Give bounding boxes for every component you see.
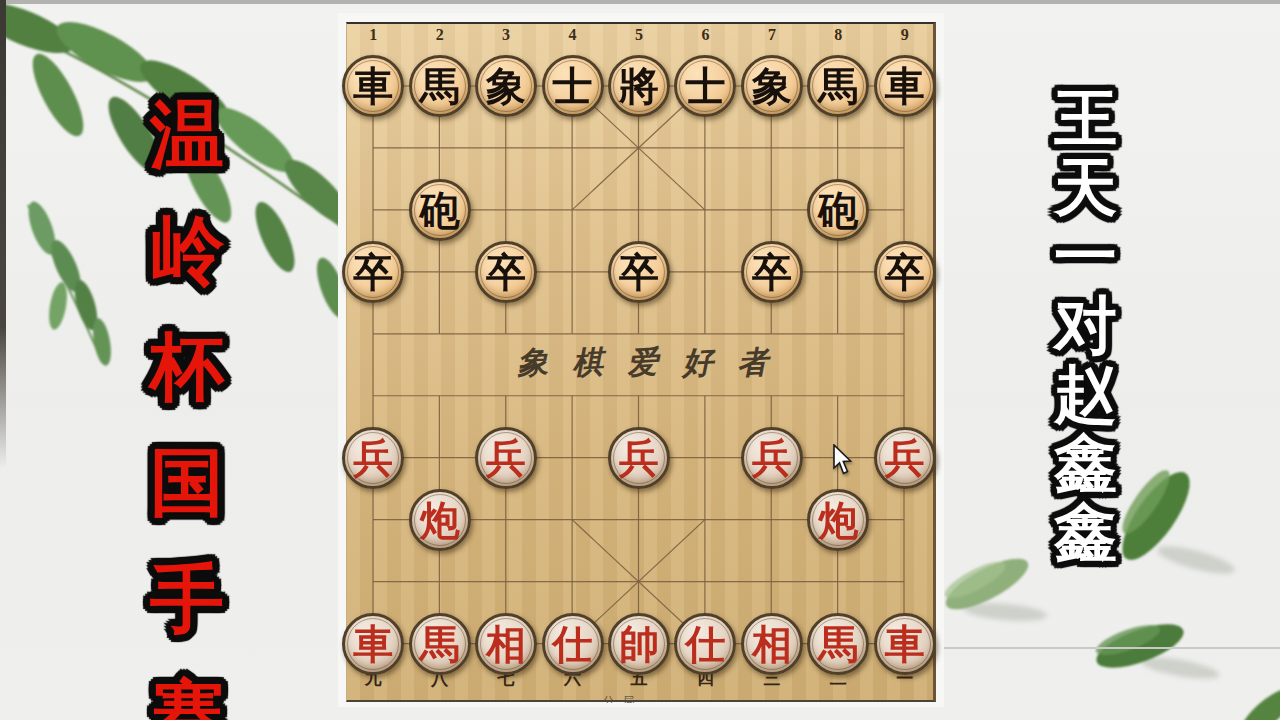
piece-black-卒-f7r4[interactable]: 卒 xyxy=(741,241,803,303)
title-char: 鑫 xyxy=(1054,430,1117,496)
title-char: 手 xyxy=(150,550,224,650)
title-char: 王 xyxy=(1054,85,1117,151)
title-char: 温 xyxy=(150,86,224,186)
piece-black-卒-f3r4[interactable]: 卒 xyxy=(475,241,537,303)
piece-red-帥-f5r10[interactable]: 帥 xyxy=(608,613,670,675)
title-char: 岭 xyxy=(150,202,224,302)
background-table-line xyxy=(938,647,1280,649)
piece-grid[interactable]: 車馬象士將士象馬車砲砲卒卒卒卒卒兵兵兵兵兵炮炮車馬相仕帥仕相馬車 xyxy=(340,55,938,675)
file-labels-top: 123456789 xyxy=(340,25,938,45)
file-label: 9 xyxy=(872,25,938,45)
title-char: 天 xyxy=(1054,154,1117,220)
title-char: 鑫 xyxy=(1054,499,1117,565)
piece-black-卒-f5r4[interactable]: 卒 xyxy=(608,241,670,303)
file-label: 6 xyxy=(672,25,738,45)
piece-black-士-f6r1[interactable]: 士 xyxy=(674,55,736,117)
piece-red-仕-f4r10[interactable]: 仕 xyxy=(542,613,604,675)
piece-black-將-f5r1[interactable]: 將 xyxy=(608,55,670,117)
piece-black-馬-f2r1[interactable]: 馬 xyxy=(409,55,471,117)
piece-black-車-f9r1[interactable]: 車 xyxy=(874,55,936,117)
title-char: 赵 xyxy=(1054,361,1117,427)
piece-black-馬-f8r1[interactable]: 馬 xyxy=(807,55,869,117)
title-char: 杯 xyxy=(150,318,224,418)
title-char: 国 xyxy=(150,434,224,534)
file-label: 4 xyxy=(539,25,605,45)
piece-black-車-f1r1[interactable]: 車 xyxy=(342,55,404,117)
piece-black-卒-f1r4[interactable]: 卒 xyxy=(342,241,404,303)
piece-red-兵-f1r7[interactable]: 兵 xyxy=(342,427,404,489)
file-label: 5 xyxy=(606,25,672,45)
piece-black-象-f7r1[interactable]: 象 xyxy=(741,55,803,117)
piece-black-砲-f8r3[interactable]: 砲 xyxy=(807,179,869,241)
piece-red-車-f1r10[interactable]: 車 xyxy=(342,613,404,675)
piece-red-炮-f2r8[interactable]: 炮 xyxy=(409,489,471,551)
file-label: 8 xyxy=(805,25,871,45)
piece-black-卒-f9r4[interactable]: 卒 xyxy=(874,241,936,303)
piece-red-馬-f8r10[interactable]: 馬 xyxy=(807,613,869,675)
xiangqi-app-window[interactable]: 123456789 九八七六五四三二一 象棋爱好者 分局 車馬象士將士象馬車砲砲… xyxy=(338,13,944,707)
piece-red-兵-f5r7[interactable]: 兵 xyxy=(608,427,670,489)
piece-red-馬-f2r10[interactable]: 馬 xyxy=(409,613,471,675)
xiangqi-board[interactable]: 123456789 九八七六五四三二一 象棋爱好者 分局 車馬象士將士象馬車砲砲… xyxy=(346,22,936,702)
piece-red-兵-f9r7[interactable]: 兵 xyxy=(874,427,936,489)
file-label: 2 xyxy=(406,25,472,45)
players-title-right: 王天一对赵鑫鑫 xyxy=(1054,85,1117,565)
piece-red-兵-f3r7[interactable]: 兵 xyxy=(475,427,537,489)
title-char: 对 xyxy=(1054,292,1117,358)
file-label: 7 xyxy=(739,25,805,45)
title-char: 一 xyxy=(1054,223,1117,289)
piece-red-炮-f8r8[interactable]: 炮 xyxy=(807,489,869,551)
clipped-bottom-text: 分局 xyxy=(602,693,672,703)
piece-red-相-f3r10[interactable]: 相 xyxy=(475,613,537,675)
piece-black-象-f3r1[interactable]: 象 xyxy=(475,55,537,117)
title-char: 赛 xyxy=(150,666,224,720)
piece-black-士-f4r1[interactable]: 士 xyxy=(542,55,604,117)
piece-red-車-f9r10[interactable]: 車 xyxy=(874,613,936,675)
piece-black-砲-f2r3[interactable]: 砲 xyxy=(409,179,471,241)
piece-red-仕-f6r10[interactable]: 仕 xyxy=(674,613,736,675)
video-edge-left xyxy=(0,0,6,468)
piece-red-兵-f7r7[interactable]: 兵 xyxy=(741,427,803,489)
event-title-left: 温岭杯国手赛 xyxy=(150,86,224,720)
mouse-cursor xyxy=(833,444,859,478)
video-edge-top xyxy=(0,0,1280,4)
piece-red-相-f7r10[interactable]: 相 xyxy=(741,613,803,675)
file-label: 3 xyxy=(473,25,539,45)
file-label: 1 xyxy=(340,25,406,45)
